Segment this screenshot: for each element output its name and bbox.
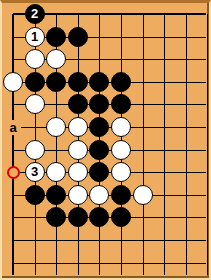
black-stone: [89, 94, 109, 114]
go-diagram: a213: [0, 0, 211, 280]
white-stone: [68, 140, 88, 160]
black-stone: [46, 27, 66, 47]
grid-line-h: [13, 127, 206, 128]
black-stone: [89, 162, 109, 182]
black-stone: [111, 94, 131, 114]
white-stone: [111, 117, 131, 137]
black-stone: [25, 185, 45, 205]
black-stone: [68, 94, 88, 114]
black-stone: [111, 185, 131, 205]
white-stone: [111, 140, 131, 160]
red-circle-marker: [7, 166, 20, 179]
black-stone: [89, 117, 109, 137]
black-stone: [111, 72, 131, 92]
white-stone: [68, 162, 88, 182]
white-stone-3: 3: [25, 162, 45, 182]
grid-line-v: [207, 14, 208, 275]
grid-line-v: [143, 14, 144, 275]
black-stone: [89, 72, 109, 92]
black-stone-2: 2: [25, 4, 45, 24]
white-stone: [89, 185, 109, 205]
white-stone: [68, 117, 88, 137]
white-stone: [133, 185, 153, 205]
white-stone: [68, 185, 88, 205]
black-stone: [89, 207, 109, 227]
grid-line-h: [13, 240, 206, 241]
black-stone: [68, 207, 88, 227]
grid-line-v: [12, 14, 14, 275]
go-board: a213: [2, 3, 209, 278]
white-stone: [25, 94, 45, 114]
white-stone: [25, 49, 45, 69]
white-stone: [46, 162, 66, 182]
black-stone: [68, 27, 88, 47]
black-stone: [46, 185, 66, 205]
black-stone: [111, 207, 131, 227]
white-stone: [46, 49, 66, 69]
grid-line-h: [13, 217, 206, 218]
grid-line-v: [164, 14, 165, 275]
point-label-a: a: [6, 120, 21, 135]
grid-line-h: [13, 263, 206, 264]
black-stone: [46, 72, 66, 92]
white-stone: [3, 72, 23, 92]
white-stone: [111, 162, 131, 182]
black-stone: [46, 207, 66, 227]
grid-line-v: [186, 14, 187, 275]
white-stone-1: 1: [25, 27, 45, 47]
black-stone: [25, 72, 45, 92]
black-stone: [89, 140, 109, 160]
black-stone: [68, 72, 88, 92]
white-stone: [46, 117, 66, 137]
white-stone: [25, 140, 45, 160]
